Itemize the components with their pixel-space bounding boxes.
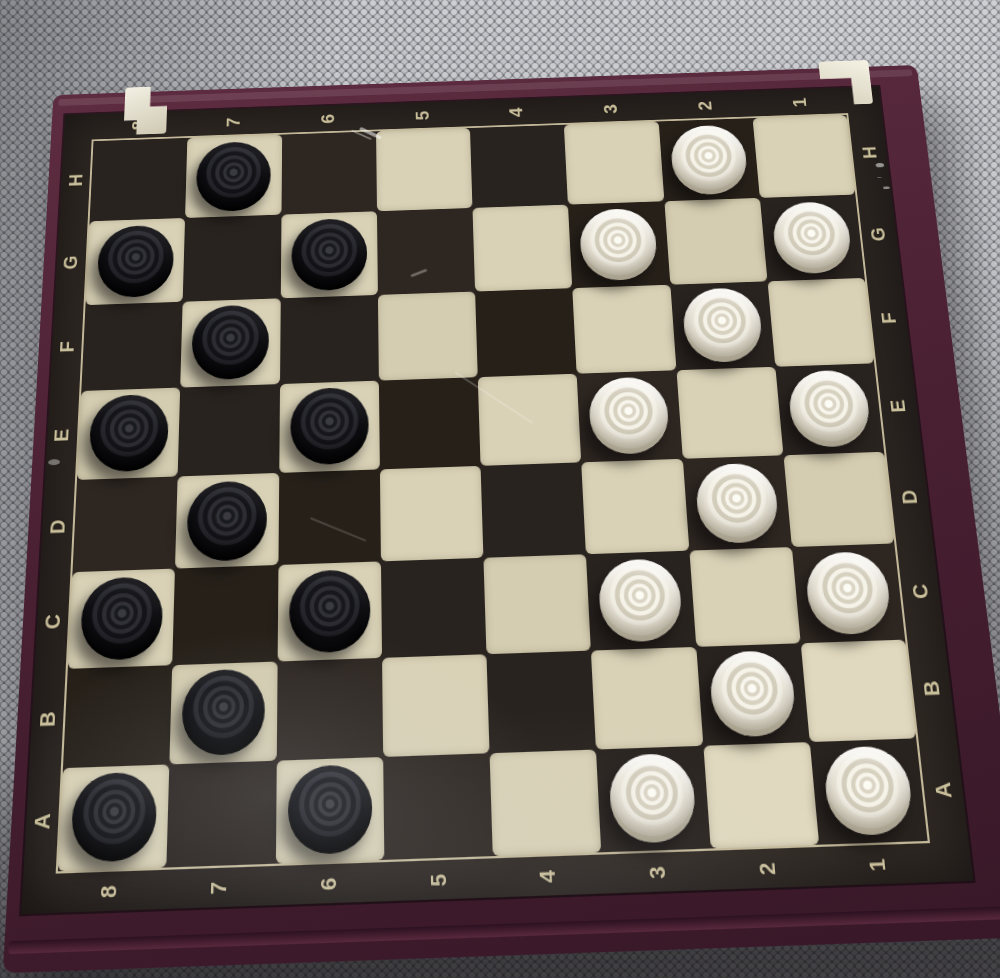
rank-label: 7 [223,117,244,127]
rank-label: 5 [426,873,451,887]
square-A4[interactable] [490,749,602,856]
square-A7[interactable] [167,760,277,867]
square-E4[interactable] [478,373,582,465]
square-C5[interactable] [381,558,487,657]
white-checker-D2[interactable] [694,462,780,544]
square-G8[interactable] [86,218,186,304]
square-H5[interactable] [376,128,473,211]
white-checker-E3[interactable] [588,377,671,456]
file-label: D [46,519,70,534]
square-E3[interactable] [577,370,682,462]
square-H4[interactable] [470,125,568,208]
black-checker-B7[interactable] [182,668,266,756]
square-D5[interactable] [380,466,484,562]
black-checker-C8[interactable] [80,576,164,661]
square-D7[interactable] [175,473,279,569]
black-checker-D7[interactable] [187,480,268,562]
travel-board-case: 87654321 87654321 HGFEDCBA HGFEDCBA [3,65,1000,973]
rank-label: 3 [645,865,671,879]
black-checker-A8[interactable] [70,772,157,863]
rank-label: 4 [506,107,528,117]
rank-label: 6 [317,113,338,123]
square-H7[interactable] [185,135,281,219]
square-G4[interactable] [472,205,572,291]
white-checker-G1[interactable] [771,201,854,274]
white-checker-B2[interactable] [708,650,797,738]
square-B4[interactable] [486,650,596,753]
square-E2[interactable] [676,367,783,459]
square-A2[interactable] [703,742,819,849]
square-G5[interactable] [377,208,475,294]
white-checker-F2[interactable] [681,287,764,363]
square-C8[interactable] [68,569,175,668]
square-F2[interactable] [670,281,775,370]
square-H1[interactable] [752,115,855,198]
file-label: F [56,341,79,353]
square-F8[interactable] [81,301,183,390]
white-checker-A3[interactable] [608,753,697,844]
square-E5[interactable] [379,377,481,469]
square-H2[interactable] [658,118,759,201]
square-C1[interactable] [792,544,905,643]
square-A3[interactable] [596,746,710,853]
file-label: C [41,613,65,629]
square-B8[interactable] [63,665,173,768]
file-label: G [867,227,891,242]
white-checker-C3[interactable] [598,558,684,643]
file-label: E [887,399,911,413]
square-B1[interactable] [800,639,916,742]
black-checker-E8[interactable] [88,394,169,473]
square-G7[interactable] [183,215,281,301]
rank-label: 7 [207,881,232,895]
square-F5[interactable] [378,291,478,380]
square-B3[interactable] [591,646,703,749]
file-label: H [858,146,881,159]
square-C6[interactable] [277,562,382,661]
square-E7[interactable] [178,384,280,477]
square-C3[interactable] [586,551,696,650]
photo-scene: 87654321 87654321 HGFEDCBA HGFEDCBA [0,0,1000,978]
checkers-board [56,113,930,874]
file-label: H [65,173,87,186]
square-G2[interactable] [664,198,767,284]
file-label: A [30,813,55,830]
rank-label: 5 [412,110,434,120]
black-checker-G6[interactable] [291,218,367,292]
black-checker-C6[interactable] [289,569,371,654]
rank-label: 2 [755,861,781,875]
file-label: C [908,583,933,599]
file-label: E [51,428,74,442]
square-H6[interactable] [281,131,377,215]
square-G3[interactable] [568,201,670,287]
square-D3[interactable] [581,459,688,555]
black-checker-G8[interactable] [97,224,175,298]
file-label: B [919,681,945,697]
black-checker-A6[interactable] [287,764,372,855]
square-D4[interactable] [481,462,587,558]
square-C7[interactable] [172,565,277,664]
file-label: A [930,782,956,799]
square-D8[interactable] [72,476,177,572]
rank-label: 8 [97,884,122,898]
square-F1[interactable] [767,277,874,366]
square-B7[interactable] [170,661,278,764]
square-C4[interactable] [483,554,591,653]
black-checker-E6[interactable] [290,387,369,466]
rank-label: 4 [536,869,561,883]
square-E6[interactable] [279,380,380,473]
square-F4[interactable] [475,288,577,377]
square-A1[interactable] [809,738,927,845]
white-checker-H2[interactable] [669,124,749,195]
square-B2[interactable] [696,643,810,746]
square-F3[interactable] [572,284,676,373]
file-label: D [897,489,922,504]
rank-label: 3 [600,104,622,114]
white-checker-C1[interactable] [804,551,893,635]
square-F6[interactable] [280,294,379,383]
black-checker-H7[interactable] [196,141,271,212]
rank-label: 6 [317,877,342,891]
file-label: B [35,711,60,727]
rank-label: 1 [788,97,810,107]
square-C2[interactable] [689,547,800,646]
square-D6[interactable] [278,469,381,565]
white-checker-E1[interactable] [787,370,873,449]
square-D1[interactable] [783,452,894,548]
square-B5[interactable] [382,654,490,757]
black-checker-F7[interactable] [192,304,270,380]
file-label: G [60,255,83,270]
square-G1[interactable] [760,195,865,281]
square-G6[interactable] [280,211,377,297]
board-face: 87654321 87654321 HGFEDCBA HGFEDCBA [21,87,973,914]
square-A5[interactable] [383,753,493,860]
rank-label: 2 [694,100,716,110]
square-E8[interactable] [77,387,180,480]
file-label: F [877,312,901,324]
square-A8[interactable] [58,764,170,871]
square-D2[interactable] [682,455,791,551]
square-H8[interactable] [90,138,188,222]
rank-label: 1 [864,858,890,872]
white-checker-A1[interactable] [822,746,915,837]
square-E1[interactable] [775,363,884,455]
square-F7[interactable] [180,298,280,387]
square-A6[interactable] [275,757,384,864]
white-checker-G3[interactable] [579,208,659,282]
square-H3[interactable] [564,121,664,204]
square-B6[interactable] [276,657,383,760]
